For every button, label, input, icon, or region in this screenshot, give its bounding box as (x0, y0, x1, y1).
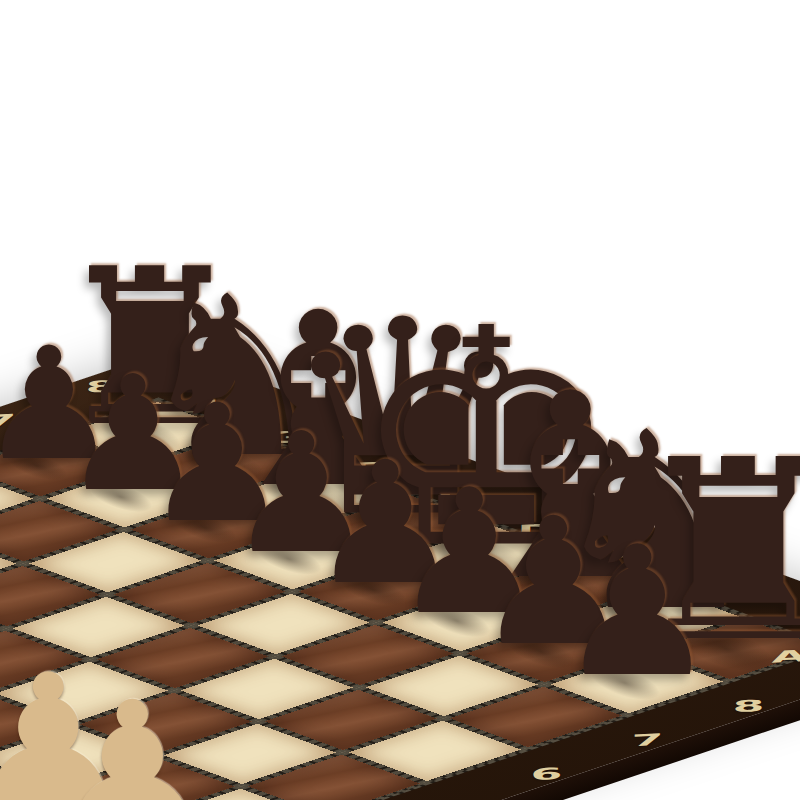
piece-black-pawn-h7: ♟ (557, 523, 718, 702)
piece-white-pawn-h2: ♟ (44, 677, 221, 800)
photo-background: 8765432187654321HGFEDCBA ♜♞♝♛♚♝♞♜♟♟♟♟♟♟♟… (0, 0, 800, 800)
coordinate-label-8: 8 (732, 696, 764, 716)
coordinate-label-6: 6 (530, 764, 562, 784)
coordinate-label-7: 7 (631, 730, 663, 750)
